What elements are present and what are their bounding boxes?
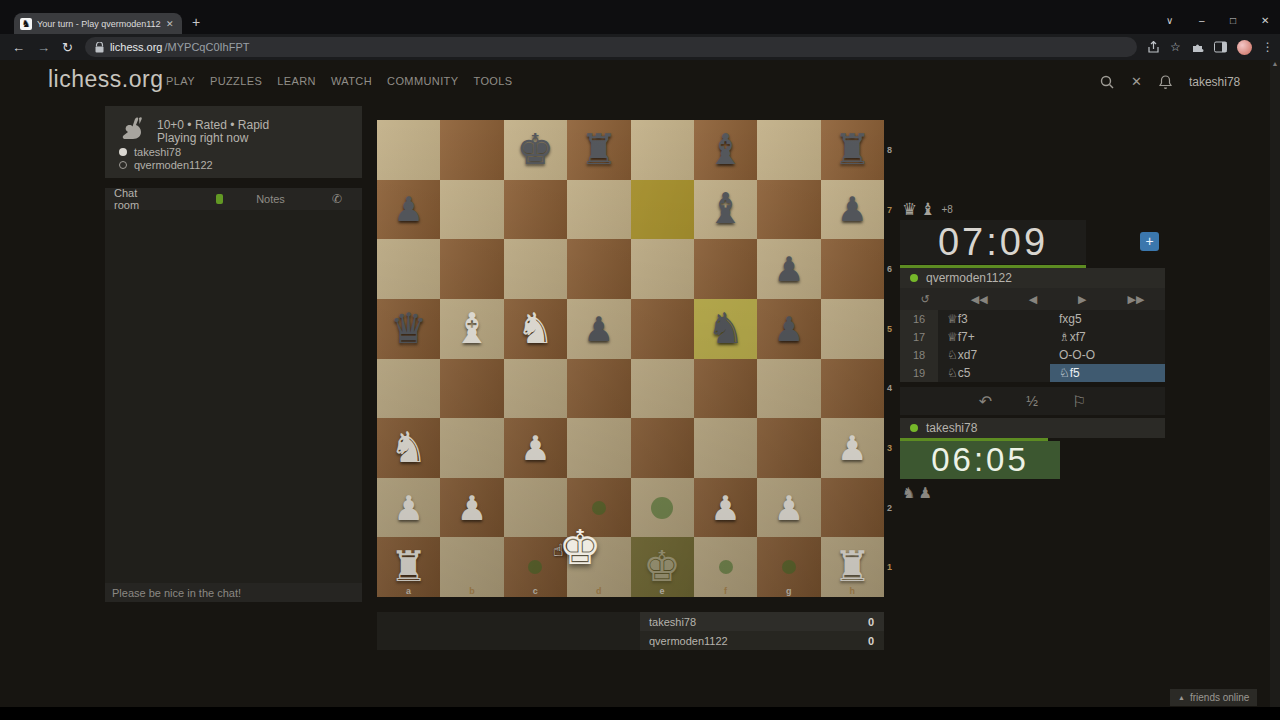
square-e8[interactable] bbox=[631, 120, 694, 180]
nav-item-watch[interactable]: WATCH bbox=[331, 75, 372, 87]
square-e2[interactable] bbox=[631, 478, 694, 538]
online-dot bbox=[910, 424, 918, 432]
white-pawn-h3[interactable]: ♟ bbox=[821, 418, 884, 478]
square-c3[interactable]: ♟ bbox=[504, 418, 567, 478]
square-a8[interactable] bbox=[377, 120, 440, 180]
chat-panel bbox=[105, 188, 362, 602]
reload-button[interactable]: ↻ bbox=[62, 40, 73, 55]
black-pawn-h7[interactable]: ♟ bbox=[821, 180, 884, 240]
black-player-row[interactable]: qvermoden1122 bbox=[900, 268, 1165, 288]
score-value: 0 bbox=[868, 635, 884, 647]
move-row-18: 18♘xd7O-O-O bbox=[900, 346, 1165, 364]
nav-item-community[interactable]: COMMUNITY bbox=[387, 75, 458, 87]
file-label-d: d bbox=[567, 586, 630, 596]
white-clock: 06:05 bbox=[900, 441, 1060, 479]
extensions-icon[interactable] bbox=[1191, 41, 1204, 54]
square-e6[interactable] bbox=[631, 239, 694, 299]
square-g1[interactable]: g bbox=[757, 537, 820, 597]
score-player-name[interactable]: takeshi78 bbox=[640, 616, 868, 628]
square-b8[interactable] bbox=[440, 120, 503, 180]
online-dot bbox=[910, 274, 918, 282]
square-a7[interactable]: ♟ bbox=[377, 180, 440, 240]
resign-flag-button[interactable]: ⚐ bbox=[1072, 392, 1086, 411]
black-clock: 07:09 bbox=[900, 220, 1086, 264]
square-f5[interactable]: ♞ bbox=[694, 299, 757, 359]
url-path: /MYPCqC0IhFPT bbox=[164, 41, 249, 53]
square-h8[interactable]: ♜ bbox=[821, 120, 884, 180]
nav-item-learn[interactable]: LEARN bbox=[277, 75, 316, 87]
square-c8[interactable]: ♚ bbox=[504, 120, 567, 180]
black-move[interactable]: ♗xf7 bbox=[1050, 328, 1165, 346]
score-table: takeshi780qvermoden11220 bbox=[640, 612, 884, 650]
chess-board[interactable]: ♚♜♝♜♟♝♟♟♛♝♞♟♞♟♞♟♟♟♟♟♟♜abcd♚efg♜h bbox=[377, 120, 884, 597]
move-controls: ↺◀◀◀▶▶▶ bbox=[900, 288, 1165, 310]
captured-queen-icon: ♛ bbox=[902, 199, 917, 220]
phone-icon[interactable]: ✆ bbox=[332, 192, 342, 206]
square-f2[interactable]: ♟ bbox=[694, 478, 757, 538]
square-g6[interactable]: ♟ bbox=[757, 239, 820, 299]
prev-move-button[interactable]: ◀ bbox=[1029, 293, 1037, 306]
file-label-f: f bbox=[694, 586, 757, 596]
square-f8[interactable]: ♝ bbox=[694, 120, 757, 180]
share-icon[interactable] bbox=[1147, 41, 1160, 54]
rank-label-1: 1 bbox=[887, 562, 899, 572]
captured-by-white-tray: ♞♟ bbox=[902, 484, 932, 502]
square-e4[interactable] bbox=[631, 359, 694, 419]
white-name: takeshi78 bbox=[926, 421, 977, 435]
square-a2[interactable]: ♟ bbox=[377, 478, 440, 538]
window-maximize-button[interactable]: □ bbox=[1230, 15, 1236, 26]
takeback-button[interactable]: ↶ bbox=[979, 392, 992, 411]
file-label-b: b bbox=[440, 586, 503, 596]
tab-chat-room[interactable]: Chat room bbox=[105, 187, 223, 211]
new-tab-button[interactable]: + bbox=[192, 14, 200, 30]
captured-knight-icon: ♞ bbox=[902, 484, 915, 502]
square-a5[interactable]: ♛ bbox=[377, 299, 440, 359]
square-b5[interactable]: ♝ bbox=[440, 299, 503, 359]
square-c2[interactable] bbox=[504, 478, 567, 538]
player-row-black[interactable]: qvermoden1122 bbox=[119, 159, 213, 171]
black-move[interactable]: fxg5 bbox=[1050, 310, 1165, 328]
white-pawn-a2[interactable]: ♟ bbox=[377, 478, 440, 538]
square-h4[interactable] bbox=[821, 359, 884, 419]
url-bar[interactable]: lichess.org/MYPCqC0IhFPT bbox=[85, 37, 1137, 57]
black-pawn-g6[interactable]: ♟ bbox=[757, 239, 820, 299]
square-d2[interactable] bbox=[567, 478, 630, 538]
black-queen-a5[interactable]: ♛ bbox=[377, 299, 440, 359]
challenges-icon[interactable]: ✕ bbox=[1131, 74, 1142, 89]
tab-title: Your turn - Play qvermoden1122 bbox=[37, 19, 161, 29]
rank-label-6: 6 bbox=[887, 264, 899, 274]
square-e3[interactable] bbox=[631, 418, 694, 478]
flip-board-button[interactable]: ↺ bbox=[921, 293, 930, 306]
square-f7[interactable]: ♝ bbox=[694, 180, 757, 240]
square-c5[interactable]: ♞ bbox=[504, 299, 567, 359]
chat-tabs: Chat room Notes ✆ bbox=[105, 188, 362, 210]
browser-tab[interactable]: ♞ Your turn - Play qvermoden1122 ✕ bbox=[14, 13, 182, 34]
game-meta-line2: Playing right now bbox=[157, 131, 248, 145]
forward-button[interactable]: → bbox=[37, 40, 50, 55]
move-number: 18 bbox=[900, 346, 938, 364]
white-pawn-f2[interactable]: ♟ bbox=[694, 478, 757, 538]
black-bishop-f8[interactable]: ♝ bbox=[694, 120, 757, 180]
square-b6[interactable] bbox=[440, 239, 503, 299]
square-f3[interactable] bbox=[694, 418, 757, 478]
back-button[interactable]: ← bbox=[12, 40, 25, 55]
captured-by-black-tray: ♛♝+8 bbox=[902, 199, 953, 220]
game-meta-box: 10+0 • Rated • Rapid Playing right now t… bbox=[105, 106, 362, 178]
move-number: 17 bbox=[900, 328, 938, 346]
captured-pawn-icon: ♟ bbox=[918, 484, 931, 502]
square-b7[interactable] bbox=[440, 180, 503, 240]
game-actions: ↶ ½ ⚐ bbox=[900, 387, 1165, 415]
bookmark-star-icon[interactable]: ☆ bbox=[1170, 40, 1181, 54]
score-bar: takeshi780qvermoden11220 bbox=[377, 612, 884, 650]
square-h7[interactable]: ♟ bbox=[821, 180, 884, 240]
notifications-bell-icon[interactable] bbox=[1159, 75, 1172, 89]
rank-label-3: 3 bbox=[887, 443, 899, 453]
white-player-row[interactable]: takeshi78 bbox=[900, 418, 1165, 438]
kebab-menu-icon[interactable]: ⋮ bbox=[1262, 40, 1274, 54]
black-color-icon bbox=[119, 161, 127, 169]
browser-toolbar: ← → ↻ lichess.org/MYPCqC0IhFPT ☆ ⋮ bbox=[0, 34, 1280, 60]
file-label-h: h bbox=[821, 586, 884, 596]
nav-item-tools[interactable]: TOOLS bbox=[473, 75, 512, 87]
white-move[interactable]: ♕f7+ bbox=[938, 328, 1050, 346]
header-right: ✕ takeshi78 bbox=[1100, 74, 1240, 89]
window-close-button[interactable]: ✕ bbox=[1261, 15, 1269, 26]
square-h5[interactable] bbox=[821, 299, 884, 359]
first-move-button[interactable]: ◀◀ bbox=[971, 293, 988, 306]
white-knight-a3[interactable]: ♞ bbox=[377, 418, 440, 478]
move-number: 19 bbox=[900, 364, 938, 382]
square-g7[interactable] bbox=[757, 180, 820, 240]
square-g2[interactable]: ♟ bbox=[757, 478, 820, 538]
black-pawn-a7[interactable]: ♟ bbox=[377, 180, 440, 240]
black-pawn-g5[interactable]: ♟ bbox=[757, 299, 820, 359]
square-c1[interactable]: c bbox=[504, 537, 567, 597]
give-time-button[interactable]: + bbox=[1140, 232, 1159, 251]
window-minimize-button[interactable]: – bbox=[1199, 15, 1205, 26]
side-panel-icon[interactable] bbox=[1214, 41, 1227, 54]
move-dest-hint[interactable] bbox=[528, 560, 542, 574]
tab-close-icon[interactable]: ✕ bbox=[166, 19, 174, 29]
square-d6[interactable] bbox=[567, 239, 630, 299]
square-g8[interactable] bbox=[757, 120, 820, 180]
square-a6[interactable] bbox=[377, 239, 440, 299]
white-knight-c5[interactable]: ♞ bbox=[504, 299, 567, 359]
game-meta-line1: 10+0 • Rated • Rapid bbox=[157, 118, 269, 132]
square-d1[interactable]: d bbox=[567, 537, 630, 597]
tab-chat-label: Chat room bbox=[114, 187, 148, 211]
square-d3[interactable] bbox=[567, 418, 630, 478]
chat-online-indicator bbox=[216, 194, 223, 204]
white-pawn-c3[interactable]: ♟ bbox=[504, 418, 567, 478]
square-h3[interactable]: ♟ bbox=[821, 418, 884, 478]
white-move[interactable]: ♕f3 bbox=[938, 310, 1050, 328]
file-label-e: e bbox=[631, 586, 694, 596]
black-move[interactable]: ♘f5 bbox=[1050, 364, 1165, 382]
draw-offer-button[interactable]: ½ bbox=[1026, 393, 1038, 409]
file-label-a: a bbox=[377, 586, 440, 596]
white-pawn-b2[interactable]: ♟ bbox=[440, 478, 503, 538]
square-d5[interactable]: ♟ bbox=[567, 299, 630, 359]
move-list: 16♕f3fxg517♕f7+♗xf718♘xd7O-O-O19♘c5♘f5 bbox=[900, 310, 1165, 382]
square-b1[interactable]: b bbox=[440, 537, 503, 597]
move-dest-hint[interactable] bbox=[651, 497, 673, 519]
file-label-c: c bbox=[504, 586, 567, 596]
black-rook-h8[interactable]: ♜ bbox=[821, 120, 884, 180]
move-row-19: 19♘c5♘f5 bbox=[900, 364, 1165, 382]
white-color-icon bbox=[119, 148, 127, 156]
square-h1[interactable]: ♜h bbox=[821, 537, 884, 597]
square-c7[interactable] bbox=[504, 180, 567, 240]
lichess-favicon: ♞ bbox=[20, 18, 32, 30]
chat-input[interactable] bbox=[105, 583, 362, 602]
square-a4[interactable] bbox=[377, 359, 440, 419]
move-dest-hint[interactable] bbox=[782, 560, 796, 574]
rank-label-5: 5 bbox=[887, 324, 899, 334]
square-d8[interactable]: ♜ bbox=[567, 120, 630, 180]
lock-icon bbox=[95, 42, 104, 53]
screen: ♞ Your turn - Play qvermoden1122 ✕ + ∨ –… bbox=[0, 0, 1280, 720]
material-advantage: +8 bbox=[942, 204, 953, 215]
rank-label-8: 8 bbox=[887, 145, 899, 155]
square-h2[interactable] bbox=[821, 478, 884, 538]
score-player-name[interactable]: qvermoden1122 bbox=[640, 635, 868, 647]
move-dest-hint[interactable] bbox=[592, 501, 606, 515]
black-move[interactable]: O-O-O bbox=[1050, 346, 1165, 364]
white-move[interactable]: ♘c5 bbox=[938, 364, 1050, 382]
collapse-arrow-icon: ▲ bbox=[1178, 694, 1185, 701]
header-username[interactable]: takeshi78 bbox=[1189, 75, 1240, 89]
square-g5[interactable]: ♟ bbox=[757, 299, 820, 359]
white-pawn-g2[interactable]: ♟ bbox=[757, 478, 820, 538]
last-move-button[interactable]: ▶▶ bbox=[1128, 293, 1145, 306]
friends-online-label: friends online bbox=[1190, 692, 1249, 703]
black-bishop-f7[interactable]: ♝ bbox=[694, 180, 757, 240]
friends-online-button[interactable]: ▲ friends online bbox=[1170, 689, 1257, 706]
square-g3[interactable] bbox=[757, 418, 820, 478]
square-g4[interactable] bbox=[757, 359, 820, 419]
black-clock-time: 07:09 bbox=[938, 221, 1048, 264]
search-icon[interactable] bbox=[1100, 75, 1114, 89]
square-b4[interactable] bbox=[440, 359, 503, 419]
nav-item-puzzles[interactable]: PUZZLES bbox=[210, 75, 262, 87]
player-row-white[interactable]: takeshi78 bbox=[119, 146, 181, 158]
tab-notes[interactable]: Notes bbox=[223, 193, 318, 205]
last-move-highlight bbox=[694, 299, 757, 359]
score-row: takeshi780 bbox=[640, 612, 884, 631]
score-row: qvermoden11220 bbox=[640, 631, 884, 650]
last-move-highlight bbox=[631, 180, 694, 240]
move-row-17: 17♕f7+♗xf7 bbox=[900, 328, 1165, 346]
move-number: 16 bbox=[900, 310, 938, 328]
black-king-c8[interactable]: ♚ bbox=[504, 120, 567, 180]
page-scrollbar[interactable]: ▲ bbox=[1270, 60, 1280, 707]
square-f1[interactable]: f bbox=[694, 537, 757, 597]
browser-tab-strip: ♞ Your turn - Play qvermoden1122 ✕ + ∨ –… bbox=[0, 0, 1280, 34]
lichess-page: lichess.org PLAYPUZZLESLEARNWATCHCOMMUNI… bbox=[0, 60, 1280, 707]
square-a3[interactable]: ♞ bbox=[377, 418, 440, 478]
black-pawn-d5[interactable]: ♟ bbox=[567, 299, 630, 359]
square-d7[interactable] bbox=[567, 180, 630, 240]
black-name: qvermoden1122 bbox=[926, 271, 1012, 285]
main-nav: PLAYPUZZLESLEARNWATCHCOMMUNITYTOOLS bbox=[166, 75, 513, 87]
score-value: 0 bbox=[868, 616, 884, 628]
file-label-g: g bbox=[757, 586, 820, 596]
square-a1[interactable]: ♜a bbox=[377, 537, 440, 597]
window-dropdown-icon[interactable]: ∨ bbox=[1166, 15, 1173, 26]
square-c6[interactable] bbox=[504, 239, 567, 299]
nav-item-play[interactable]: PLAY bbox=[166, 75, 195, 87]
lichess-logo[interactable]: lichess.org bbox=[48, 66, 163, 93]
black-player-name: qvermoden1122 bbox=[134, 159, 213, 171]
white-clock-time: 06:05 bbox=[931, 441, 1029, 479]
next-move-button[interactable]: ▶ bbox=[1078, 293, 1086, 306]
rapid-rabbit-icon bbox=[119, 116, 147, 144]
profile-avatar[interactable] bbox=[1237, 40, 1252, 55]
square-c4[interactable] bbox=[504, 359, 567, 419]
white-bishop-b5[interactable]: ♝ bbox=[440, 299, 503, 359]
white-move[interactable]: ♘xd7 bbox=[938, 346, 1050, 364]
square-e7[interactable] bbox=[631, 180, 694, 240]
square-f4[interactable] bbox=[694, 359, 757, 419]
square-h6[interactable] bbox=[821, 239, 884, 299]
square-d4[interactable] bbox=[567, 359, 630, 419]
rank-label-7: 7 bbox=[887, 205, 899, 215]
square-e1[interactable]: ♚e bbox=[631, 537, 694, 597]
url-host: lichess.org bbox=[110, 41, 163, 53]
rank-label-2: 2 bbox=[887, 503, 899, 513]
black-rook-d8[interactable]: ♜ bbox=[567, 120, 630, 180]
move-row-16: 16♕f3fxg5 bbox=[900, 310, 1165, 328]
white-player-name: takeshi78 bbox=[134, 146, 181, 158]
move-dest-hint[interactable] bbox=[719, 560, 733, 574]
square-f6[interactable] bbox=[694, 239, 757, 299]
rank-label-4: 4 bbox=[887, 383, 899, 393]
square-b3[interactable] bbox=[440, 418, 503, 478]
square-b2[interactable]: ♟ bbox=[440, 478, 503, 538]
captured-bishop-icon: ♝ bbox=[920, 199, 935, 220]
square-e5[interactable] bbox=[631, 299, 694, 359]
